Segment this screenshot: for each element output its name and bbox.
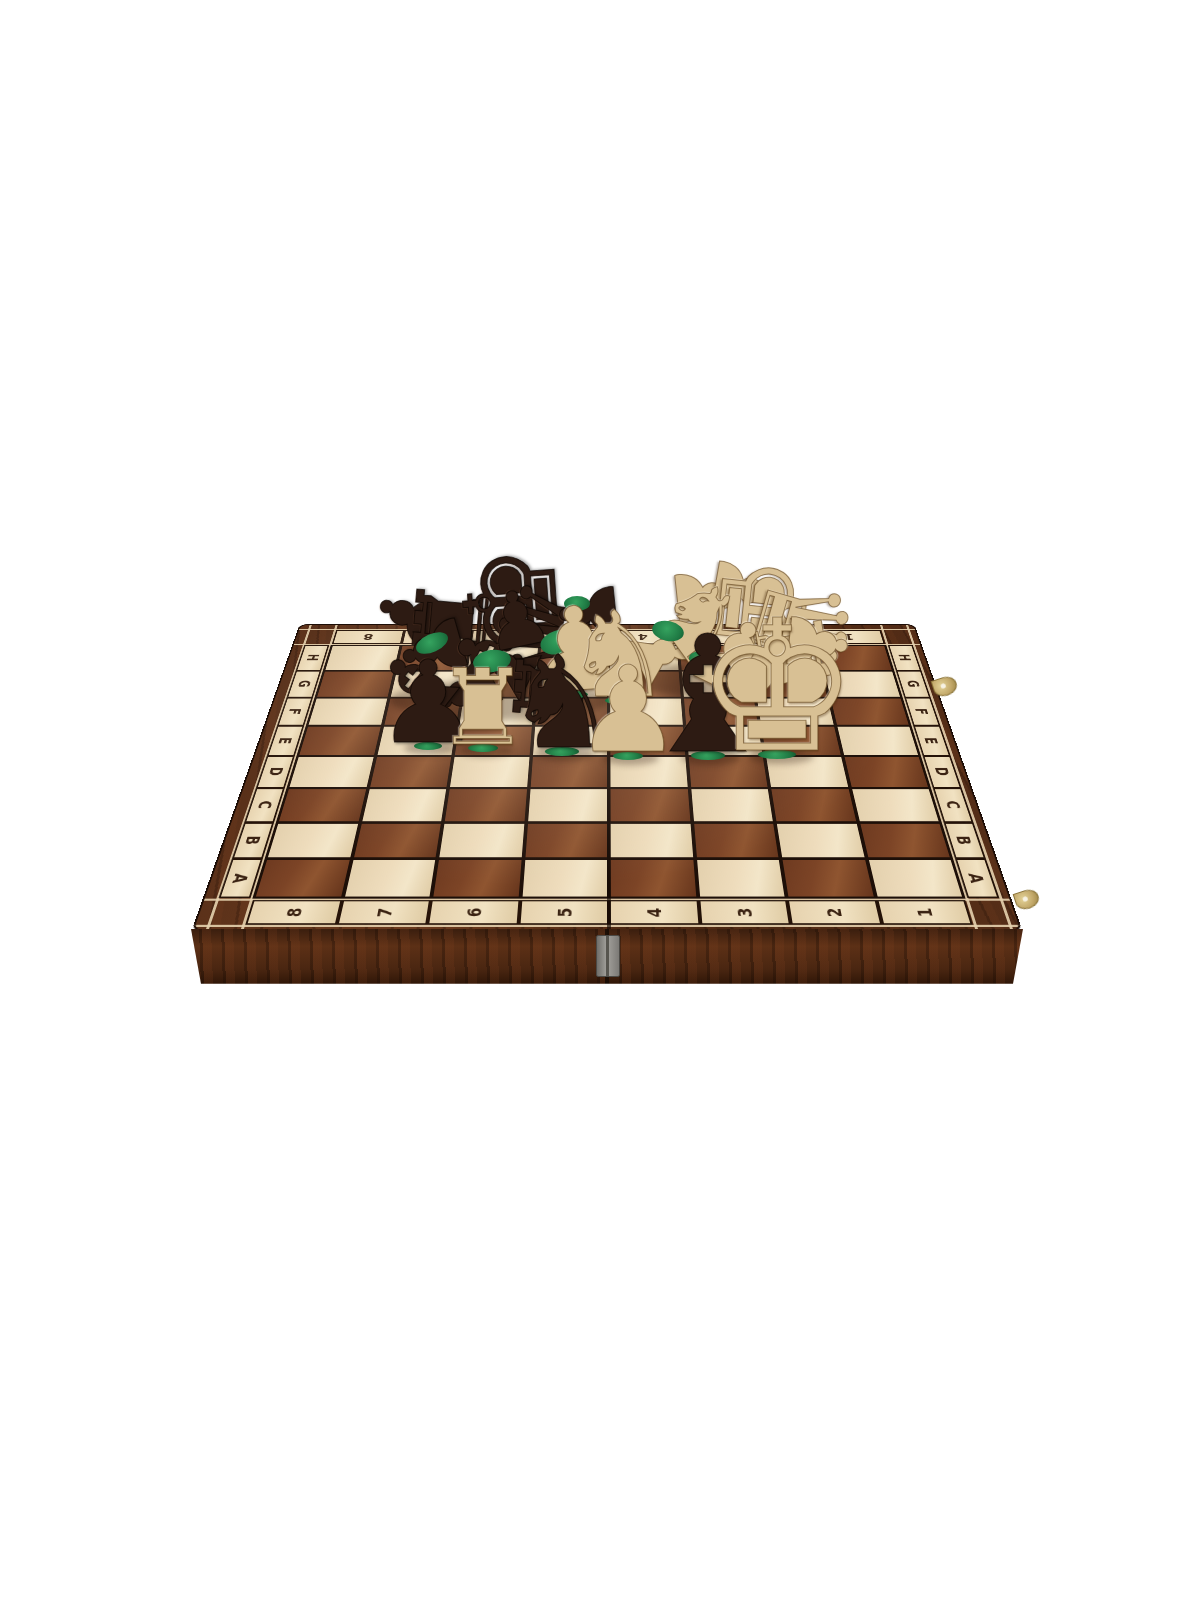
brass-clasp-icon[interactable] [1013, 887, 1042, 912]
hinge-icon [596, 935, 620, 977]
white-king-f2[interactable]: ♚ [695, 596, 858, 778]
front-rim [191, 929, 1023, 986]
product-photo-stage: 87654321 87654321 HGFEDCBA HGFEDCBA ♟♜♚♟… [0, 0, 1200, 1600]
